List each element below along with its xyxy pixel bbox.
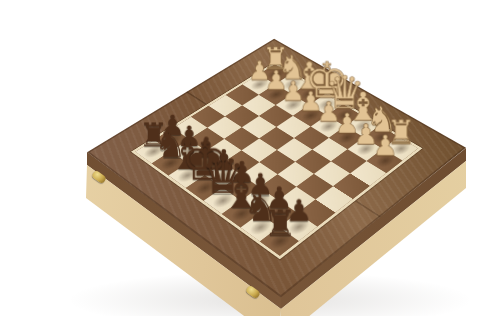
black-rook-piece: ♜	[263, 205, 296, 241]
board-scene: ♜♟♟♜♞♟♟♞♝♟♟♝♚♟♟♚♛♟♟♛♝♟♟♝♞♟♟♞♜♟♟♜	[143, 16, 411, 284]
board-3d: ♜♟♟♜♞♟♟♞♝♟♟♝♚♟♟♚♛♟♟♛♝♟♟♝♞♟♟♞♜♟♟♜	[87, 39, 466, 298]
chess-board-frame: ♜♟♟♜♞♟♟♞♝♟♟♝♚♟♟♚♛♟♟♛♝♟♟♝♞♟♟♞♜♟♟♜	[87, 39, 466, 298]
squares-grid: ♜♟♟♜♞♟♟♞♝♟♟♝♚♟♟♚♛♟♟♛♝♟♟♝♞♟♟♞♜♟♟♜	[135, 64, 418, 255]
product-photo-stage: ♜♟♟♜♞♟♟♞♝♟♟♝♚♟♟♚♛♟♟♛♝♟♟♝♞♟♟♞♜♟♟♜	[0, 0, 500, 316]
square	[333, 173, 370, 199]
white-pawn-piece: ♟	[372, 132, 397, 160]
square: ♟	[367, 149, 403, 173]
square: ♜	[260, 227, 299, 256]
